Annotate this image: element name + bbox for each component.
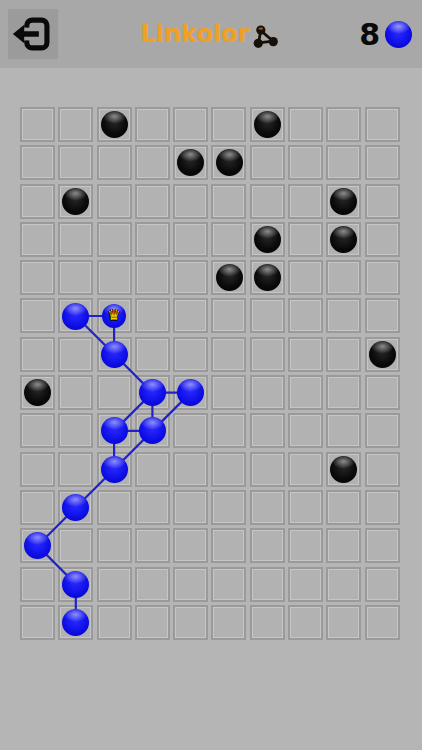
cell-7-1[interactable] [288, 145, 323, 180]
cell-6-2[interactable] [250, 184, 285, 219]
cell-5-5[interactable] [211, 298, 246, 333]
cell-8-4[interactable] [326, 260, 361, 295]
cell-8-1[interactable] [326, 145, 361, 180]
cell-1-1[interactable] [58, 145, 93, 180]
cell-5-6[interactable] [211, 337, 246, 372]
cell-7-12[interactable] [288, 567, 323, 602]
cell-9-7[interactable] [365, 375, 400, 410]
cell-5-3[interactable] [211, 222, 246, 257]
board-grid [20, 107, 400, 640]
black-ball[interactable] [254, 111, 281, 138]
blue-ball[interactable] [139, 379, 166, 406]
cell-0-3[interactable] [20, 222, 55, 257]
cell-4-13[interactable] [173, 605, 208, 640]
cell-8-0[interactable] [326, 107, 361, 142]
cell-2-10[interactable] [97, 490, 132, 525]
black-ball[interactable] [254, 226, 281, 253]
cell-0-5[interactable] [20, 298, 55, 333]
cell-5-11[interactable] [211, 528, 246, 563]
cell-0-2[interactable] [20, 184, 55, 219]
cell-5-9[interactable] [211, 452, 246, 487]
cell-3-13[interactable] [135, 605, 170, 640]
cell-3-3[interactable] [135, 222, 170, 257]
cell-1-3[interactable] [58, 222, 93, 257]
cell-2-2[interactable] [97, 184, 132, 219]
cell-4-10[interactable] [173, 490, 208, 525]
cell-1-9[interactable] [58, 452, 93, 487]
cell-9-8[interactable] [365, 413, 400, 448]
cell-3-10[interactable] [135, 490, 170, 525]
header-bar: Linkolor 8 [0, 0, 422, 68]
cell-6-7[interactable] [250, 375, 285, 410]
blue-ball[interactable] [62, 609, 89, 636]
cell-7-9[interactable] [288, 452, 323, 487]
cell-7-4[interactable] [288, 260, 323, 295]
black-ball[interactable] [62, 188, 89, 215]
cell-1-11[interactable] [58, 528, 93, 563]
black-ball[interactable] [254, 264, 281, 291]
cell-8-6[interactable] [326, 337, 361, 372]
cell-7-8[interactable] [288, 413, 323, 448]
cell-5-0[interactable] [211, 107, 246, 142]
back-button[interactable] [8, 9, 58, 59]
cell-3-0[interactable] [135, 107, 170, 142]
cell-7-13[interactable] [288, 605, 323, 640]
cell-4-6[interactable] [173, 337, 208, 372]
cell-8-12[interactable] [326, 567, 361, 602]
cell-9-11[interactable] [365, 528, 400, 563]
linked-nodes-icon [251, 23, 281, 51]
cell-6-5[interactable] [250, 298, 285, 333]
cell-8-13[interactable] [326, 605, 361, 640]
cell-0-10[interactable] [20, 490, 55, 525]
cell-3-5[interactable] [135, 298, 170, 333]
cell-9-5[interactable] [365, 298, 400, 333]
cell-1-4[interactable] [58, 260, 93, 295]
cell-1-6[interactable] [58, 337, 93, 372]
black-ball[interactable] [101, 111, 128, 138]
black-ball[interactable] [216, 149, 243, 176]
cell-7-7[interactable] [288, 375, 323, 410]
cell-3-9[interactable] [135, 452, 170, 487]
cell-0-1[interactable] [20, 145, 55, 180]
black-ball[interactable] [369, 341, 396, 368]
black-ball[interactable] [24, 379, 51, 406]
crown-icon: ♛ [107, 308, 120, 323]
cell-8-8[interactable] [326, 413, 361, 448]
blue-ball[interactable] [62, 303, 89, 330]
cell-4-3[interactable] [173, 222, 208, 257]
cell-7-0[interactable] [288, 107, 323, 142]
cell-9-12[interactable] [365, 567, 400, 602]
cell-7-5[interactable] [288, 298, 323, 333]
counter-value: 8 [359, 17, 380, 52]
cell-7-3[interactable] [288, 222, 323, 257]
cell-4-8[interactable] [173, 413, 208, 448]
cell-5-10[interactable] [211, 490, 246, 525]
cell-4-12[interactable] [173, 567, 208, 602]
cell-0-4[interactable] [20, 260, 55, 295]
cell-9-9[interactable] [365, 452, 400, 487]
cell-2-11[interactable] [97, 528, 132, 563]
cell-6-1[interactable] [250, 145, 285, 180]
cell-3-4[interactable] [135, 260, 170, 295]
black-ball[interactable] [330, 188, 357, 215]
cell-0-13[interactable] [20, 605, 55, 640]
cell-8-11[interactable] [326, 528, 361, 563]
remaining-counter: 8 [359, 17, 412, 52]
cell-2-13[interactable] [97, 605, 132, 640]
cell-5-13[interactable] [211, 605, 246, 640]
cell-4-2[interactable] [173, 184, 208, 219]
cell-9-0[interactable] [365, 107, 400, 142]
cell-2-7[interactable] [97, 375, 132, 410]
cell-1-7[interactable] [58, 375, 93, 410]
cell-1-8[interactable] [58, 413, 93, 448]
cell-4-4[interactable] [173, 260, 208, 295]
cell-4-0[interactable] [173, 107, 208, 142]
black-ball[interactable] [216, 264, 243, 291]
cell-0-9[interactable] [20, 452, 55, 487]
cell-8-5[interactable] [326, 298, 361, 333]
cell-7-6[interactable] [288, 337, 323, 372]
cell-4-5[interactable] [173, 298, 208, 333]
cell-2-4[interactable] [97, 260, 132, 295]
cell-5-12[interactable] [211, 567, 246, 602]
cell-3-1[interactable] [135, 145, 170, 180]
cell-4-9[interactable] [173, 452, 208, 487]
cell-9-2[interactable] [365, 184, 400, 219]
cell-6-10[interactable] [250, 490, 285, 525]
blue-ball-counter-icon [385, 21, 412, 48]
cell-7-10[interactable] [288, 490, 323, 525]
cell-5-2[interactable] [211, 184, 246, 219]
cell-5-8[interactable] [211, 413, 246, 448]
cell-9-13[interactable] [365, 605, 400, 640]
cell-0-12[interactable] [20, 567, 55, 602]
cell-9-4[interactable] [365, 260, 400, 295]
cell-6-11[interactable] [250, 528, 285, 563]
exit-arrow-icon [11, 12, 55, 56]
cell-8-10[interactable] [326, 490, 361, 525]
cell-0-6[interactable] [20, 337, 55, 372]
cell-7-2[interactable] [288, 184, 323, 219]
cell-6-8[interactable] [250, 413, 285, 448]
crowned-blue-ball[interactable]: ♛ [102, 304, 126, 328]
cell-6-6[interactable] [250, 337, 285, 372]
cell-3-2[interactable] [135, 184, 170, 219]
black-ball[interactable] [330, 456, 357, 483]
cell-5-7[interactable] [211, 375, 246, 410]
blue-ball[interactable] [101, 417, 128, 444]
cell-0-0[interactable] [20, 107, 55, 142]
cell-3-12[interactable] [135, 567, 170, 602]
blue-ball[interactable] [101, 341, 128, 368]
app-title: Linkolor [141, 20, 250, 48]
cell-3-11[interactable] [135, 528, 170, 563]
cell-1-0[interactable] [58, 107, 93, 142]
cell-2-1[interactable] [97, 145, 132, 180]
cell-4-11[interactable] [173, 528, 208, 563]
cell-9-3[interactable] [365, 222, 400, 257]
cell-6-13[interactable] [250, 605, 285, 640]
cell-6-12[interactable] [250, 567, 285, 602]
game-board: ♛ [0, 68, 422, 750]
blue-ball[interactable] [62, 571, 89, 598]
cell-9-1[interactable] [365, 145, 400, 180]
cell-6-9[interactable] [250, 452, 285, 487]
cell-2-12[interactable] [97, 567, 132, 602]
cell-2-3[interactable] [97, 222, 132, 257]
cell-7-11[interactable] [288, 528, 323, 563]
blue-ball[interactable] [101, 456, 128, 483]
cell-0-8[interactable] [20, 413, 55, 448]
cell-8-7[interactable] [326, 375, 361, 410]
cell-9-10[interactable] [365, 490, 400, 525]
cell-3-6[interactable] [135, 337, 170, 372]
